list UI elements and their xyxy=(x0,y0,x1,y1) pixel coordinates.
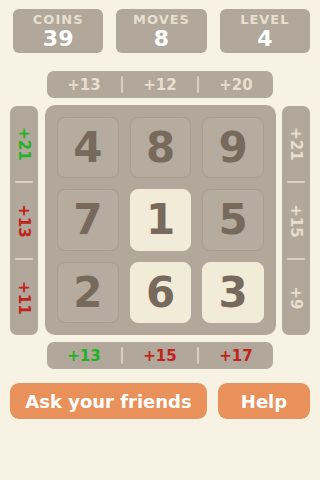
coins-label: COINS xyxy=(33,12,84,27)
row-target-sum-clue-text: +15 xyxy=(287,204,305,237)
column-target-sum-clue-1: +13 xyxy=(47,71,121,98)
puzzle-board: 489715263 xyxy=(45,105,276,335)
moves-label: MOVES xyxy=(133,12,190,27)
column-current-sum-clue-3: +17 xyxy=(199,342,273,369)
grid-cell-r1c3[interactable]: 9 xyxy=(202,117,264,178)
grid-cell-r2c3[interactable]: 5 xyxy=(202,189,264,250)
grid-cell-r3c1[interactable]: 2 xyxy=(57,262,119,323)
row-current-sum-clue-text: +11 xyxy=(15,281,33,314)
coins-value: 39 xyxy=(43,27,74,51)
game-screen: COINS 39 MOVES 8 LEVEL 4 +13+12+20 +21+1… xyxy=(0,0,320,480)
ask-friends-button[interactable]: Ask your friends xyxy=(10,383,207,419)
row-targets-bar: +21+15+9 xyxy=(282,106,310,335)
moves-value: 8 xyxy=(154,27,169,51)
grid-cell-r1c2[interactable]: 8 xyxy=(130,117,192,178)
row-target-sum-clue-3: +9 xyxy=(282,260,310,335)
row-target-sum-clue-2: +15 xyxy=(282,183,310,258)
level-panel: LEVEL 4 xyxy=(220,9,310,53)
row-current-sum-clue-1: +21 xyxy=(10,106,38,181)
row-current-sums-bar: +21+13+11 xyxy=(10,106,38,335)
column-target-sum-clue-2: +12 xyxy=(123,71,197,98)
grid-cell-r3c2[interactable]: 6 xyxy=(130,262,192,323)
grid-cell-r3c3[interactable]: 3 xyxy=(202,262,264,323)
row-target-sum-clue-1: +21 xyxy=(282,106,310,181)
row-current-sum-clue-2: +13 xyxy=(10,183,38,258)
row-target-sum-clue-text: +9 xyxy=(287,286,305,309)
grid-cell-r2c2[interactable]: 1 xyxy=(130,189,192,250)
row-target-sum-clue-text: +21 xyxy=(287,127,305,160)
column-current-sum-clue-1: +13 xyxy=(47,342,121,369)
grid-cell-r2c1[interactable]: 7 xyxy=(57,189,119,250)
row-current-sum-clue-3: +11 xyxy=(10,260,38,335)
coins-panel: COINS 39 xyxy=(13,9,103,53)
moves-panel: MOVES 8 xyxy=(116,9,206,53)
level-label: LEVEL xyxy=(240,12,289,27)
stats-bar: COINS 39 MOVES 8 LEVEL 4 xyxy=(13,9,310,53)
column-targets-bar: +13+12+20 xyxy=(47,71,273,98)
column-target-sum-clue-3: +20 xyxy=(199,71,273,98)
column-current-sums-bar: +13+15+17 xyxy=(47,342,273,369)
grid-cell-r1c1[interactable]: 4 xyxy=(57,117,119,178)
help-button[interactable]: Help xyxy=(218,383,310,419)
column-current-sum-clue-2: +15 xyxy=(123,342,197,369)
number-grid: 489715263 xyxy=(57,117,264,323)
row-current-sum-clue-text: +21 xyxy=(15,127,33,160)
row-current-sum-clue-text: +13 xyxy=(15,204,33,237)
level-value: 4 xyxy=(257,27,272,51)
